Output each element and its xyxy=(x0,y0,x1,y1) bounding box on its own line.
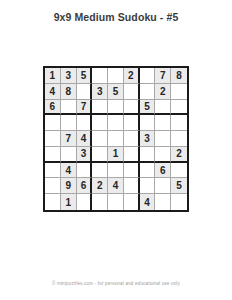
cell-r9c6[interactable] xyxy=(124,194,140,210)
cell-r7c5[interactable] xyxy=(108,163,124,179)
cell-r7c1[interactable] xyxy=(45,163,61,179)
cell-r6c2[interactable] xyxy=(61,147,77,163)
cell-r2c7[interactable] xyxy=(140,84,156,100)
cell-r6c9: 2 xyxy=(171,147,187,163)
cell-r9c5[interactable] xyxy=(108,194,124,210)
cell-r5c4[interactable] xyxy=(92,131,108,147)
cell-r9c3[interactable] xyxy=(77,194,93,210)
copyright-footer: © minipuzzles.com - for personal and edu… xyxy=(0,281,232,286)
cell-r6c7[interactable] xyxy=(140,147,156,163)
cell-r6c1[interactable] xyxy=(45,147,61,163)
cell-r5c3: 4 xyxy=(77,131,93,147)
cell-r1c4[interactable] xyxy=(92,68,108,84)
cell-r7c9[interactable] xyxy=(171,163,187,179)
cell-r1c5[interactable] xyxy=(108,68,124,84)
cell-r6c6[interactable] xyxy=(124,147,140,163)
cell-r4c6[interactable] xyxy=(124,115,140,131)
cell-r8c2: 9 xyxy=(61,178,77,194)
cell-r9c2: 1 xyxy=(61,194,77,210)
cell-r7c3[interactable] xyxy=(77,163,93,179)
cell-r3c2[interactable] xyxy=(61,100,77,116)
cell-r1c3: 5 xyxy=(77,68,93,84)
cell-r8c5: 4 xyxy=(108,178,124,194)
cell-r6c5: 1 xyxy=(108,147,124,163)
cell-r5c1[interactable] xyxy=(45,131,61,147)
cell-r4c8[interactable] xyxy=(155,115,171,131)
cell-r7c4[interactable] xyxy=(92,163,108,179)
cell-r5c9[interactable] xyxy=(171,131,187,147)
cell-r2c5: 5 xyxy=(108,84,124,100)
cell-r2c1: 4 xyxy=(45,84,61,100)
cell-r1c9: 8 xyxy=(171,68,187,84)
cell-r4c3[interactable] xyxy=(77,115,93,131)
cell-r2c4: 3 xyxy=(92,84,108,100)
cell-r3c7: 5 xyxy=(140,100,156,116)
cell-r7c6[interactable] xyxy=(124,163,140,179)
cell-r5c6[interactable] xyxy=(124,131,140,147)
cell-r3c3: 7 xyxy=(77,100,93,116)
cell-r6c8[interactable] xyxy=(155,147,171,163)
cell-r4c2[interactable] xyxy=(61,115,77,131)
cell-r8c8[interactable] xyxy=(155,178,171,194)
cell-r5c2: 7 xyxy=(61,131,77,147)
cell-r4c5[interactable] xyxy=(108,115,124,131)
cell-r6c4[interactable] xyxy=(92,147,108,163)
cell-r8c4: 2 xyxy=(92,178,108,194)
cell-r4c7[interactable] xyxy=(140,115,156,131)
cell-r9c1[interactable] xyxy=(45,194,61,210)
cell-r8c1[interactable] xyxy=(45,178,61,194)
cell-r9c7: 4 xyxy=(140,194,156,210)
cell-r4c4[interactable] xyxy=(92,115,108,131)
cell-r1c6: 2 xyxy=(124,68,140,84)
cell-r3c6[interactable] xyxy=(124,100,140,116)
cell-r7c7[interactable] xyxy=(140,163,156,179)
cell-r7c8: 6 xyxy=(155,163,171,179)
cell-r3c4[interactable] xyxy=(92,100,108,116)
page: 9x9 Medium Sudoku - #5 13527848352675743… xyxy=(0,0,232,300)
cell-r7c2: 4 xyxy=(61,163,77,179)
cell-r5c5[interactable] xyxy=(108,131,124,147)
cell-r9c9[interactable] xyxy=(171,194,187,210)
cell-r8c6[interactable] xyxy=(124,178,140,194)
cell-r2c6[interactable] xyxy=(124,84,140,100)
cell-r6c3: 3 xyxy=(77,147,93,163)
cell-r8c7[interactable] xyxy=(140,178,156,194)
puzzle-title: 9x9 Medium Sudoku - #5 xyxy=(0,11,232,23)
cell-r2c8: 2 xyxy=(155,84,171,100)
cell-r3c8[interactable] xyxy=(155,100,171,116)
cell-r3c5[interactable] xyxy=(108,100,124,116)
cell-r5c8[interactable] xyxy=(155,131,171,147)
sudoku-grid: 13527848352675743312469624514 xyxy=(43,66,189,212)
cell-r8c3: 6 xyxy=(77,178,93,194)
cell-r1c8: 7 xyxy=(155,68,171,84)
cell-r3c1: 6 xyxy=(45,100,61,116)
cell-r4c9[interactable] xyxy=(171,115,187,131)
cell-r9c4[interactable] xyxy=(92,194,108,210)
cell-r2c3[interactable] xyxy=(77,84,93,100)
cell-r1c2: 3 xyxy=(61,68,77,84)
cell-r5c7: 3 xyxy=(140,131,156,147)
cell-r9c8[interactable] xyxy=(155,194,171,210)
cell-r2c9[interactable] xyxy=(171,84,187,100)
cell-r3c9[interactable] xyxy=(171,100,187,116)
cell-r4c1[interactable] xyxy=(45,115,61,131)
cell-r8c9: 5 xyxy=(171,178,187,194)
cell-r1c1: 1 xyxy=(45,68,61,84)
cell-r1c7[interactable] xyxy=(140,68,156,84)
cell-r2c2: 8 xyxy=(61,84,77,100)
